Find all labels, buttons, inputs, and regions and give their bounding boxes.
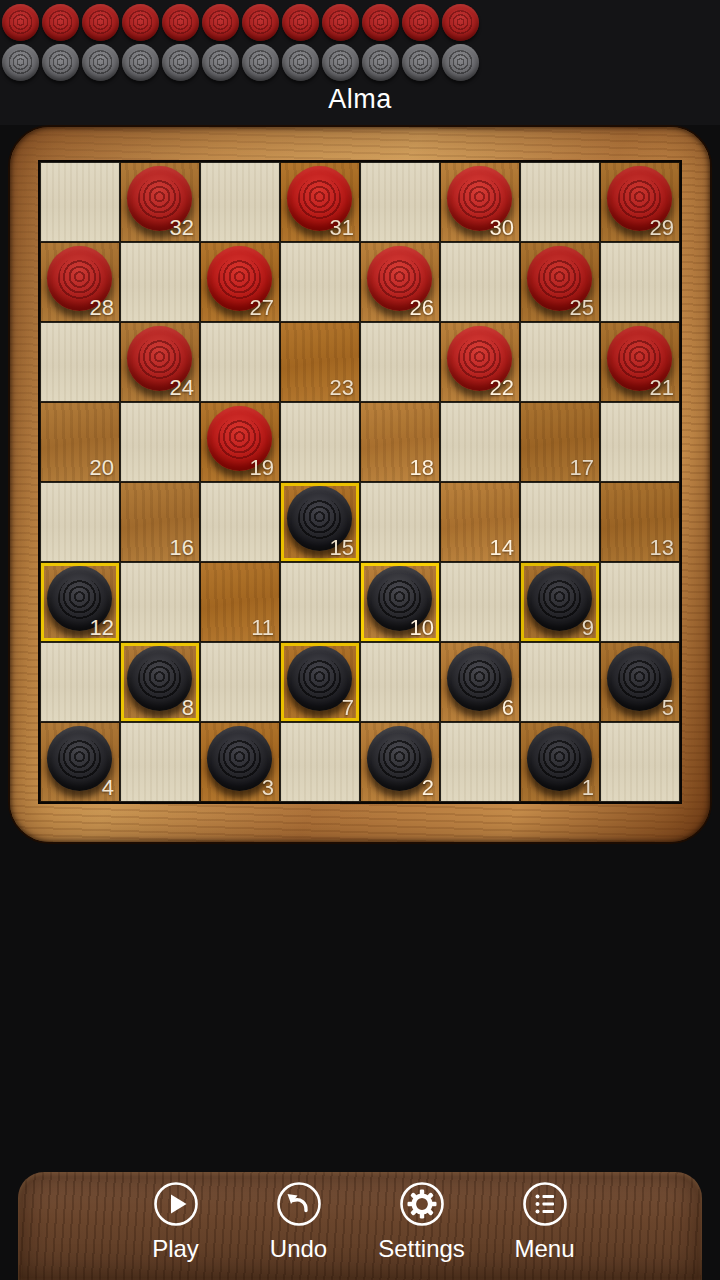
board-square-1[interactable]: 1: [520, 722, 600, 802]
settings-button-label: Settings: [378, 1235, 465, 1263]
gray-tray-disc: [402, 44, 439, 81]
undo-icon: [276, 1181, 322, 1227]
light-square: [520, 642, 600, 722]
board-square-16[interactable]: 16: [120, 482, 200, 562]
gray-tray-disc: [82, 44, 119, 81]
board-square-28[interactable]: 28: [40, 242, 120, 322]
light-square: [520, 162, 600, 242]
square-number: 26: [410, 297, 434, 319]
square-number: 16: [170, 537, 194, 559]
square-number: 29: [650, 217, 674, 239]
square-number: 13: [650, 537, 674, 559]
light-square: [520, 482, 600, 562]
light-square: [360, 162, 440, 242]
square-number: 5: [662, 697, 674, 719]
red-tray-disc: [82, 4, 119, 41]
header: Alma: [0, 0, 720, 125]
square-number: 18: [410, 457, 434, 479]
light-square: [40, 322, 120, 402]
light-square: [40, 642, 120, 722]
light-square: [280, 242, 360, 322]
board-square-23[interactable]: 23: [280, 322, 360, 402]
board-square-8[interactable]: 8: [120, 642, 200, 722]
red-tray-disc: [162, 4, 199, 41]
board-frame: 3231302928272625242322212019181716151413…: [8, 125, 712, 844]
square-number: 20: [90, 457, 114, 479]
menu-button-label: Menu: [514, 1235, 574, 1263]
board-square-27[interactable]: 27: [200, 242, 280, 322]
gray-tray-disc: [122, 44, 159, 81]
light-square: [120, 562, 200, 642]
light-square: [360, 322, 440, 402]
menu-icon: [522, 1181, 568, 1227]
bottom-toolbar: Play Undo Settings: [18, 1172, 702, 1280]
square-number: 15: [330, 537, 354, 559]
square-number: 7: [342, 697, 354, 719]
board-square-29[interactable]: 29: [600, 162, 680, 242]
square-number: 3: [262, 777, 274, 799]
undo-button-label: Undo: [270, 1235, 327, 1263]
settings-icon: [399, 1181, 445, 1227]
red-tray-disc: [322, 4, 359, 41]
board-square-21[interactable]: 21: [600, 322, 680, 402]
square-number: 14: [490, 537, 514, 559]
gray-tray-disc: [322, 44, 359, 81]
board-square-24[interactable]: 24: [120, 322, 200, 402]
light-square: [280, 562, 360, 642]
light-square: [440, 722, 520, 802]
menu-button[interactable]: Menu: [500, 1181, 590, 1280]
board-square-25[interactable]: 25: [520, 242, 600, 322]
light-square: [120, 722, 200, 802]
red-tray-disc: [362, 4, 399, 41]
red-tray-disc: [402, 4, 439, 41]
board-square-30[interactable]: 30: [440, 162, 520, 242]
square-number: 25: [570, 297, 594, 319]
gray-tray-disc: [202, 44, 239, 81]
board-square-2[interactable]: 2: [360, 722, 440, 802]
red-tray-disc: [242, 4, 279, 41]
gray-tray-disc: [242, 44, 279, 81]
square-number: 27: [250, 297, 274, 319]
board-square-32[interactable]: 32: [120, 162, 200, 242]
play-button[interactable]: Play: [131, 1181, 221, 1280]
gray-tray-disc: [2, 44, 39, 81]
board-square-13[interactable]: 13: [600, 482, 680, 562]
light-square: [600, 402, 680, 482]
board-square-12[interactable]: 12: [40, 562, 120, 642]
gray-tray-disc: [42, 44, 79, 81]
board-square-17[interactable]: 17: [520, 402, 600, 482]
board-square-3[interactable]: 3: [200, 722, 280, 802]
square-number: 32: [170, 217, 194, 239]
light-square: [120, 402, 200, 482]
light-square: [520, 322, 600, 402]
board-square-9[interactable]: 9: [520, 562, 600, 642]
board-square-14[interactable]: 14: [440, 482, 520, 562]
gray-pieces-tray: [2, 44, 479, 81]
square-number: 12: [90, 617, 114, 639]
light-square: [600, 242, 680, 322]
red-tray-disc: [202, 4, 239, 41]
red-tray-disc: [442, 4, 479, 41]
square-number: 4: [102, 777, 114, 799]
square-number: 6: [502, 697, 514, 719]
light-square: [600, 562, 680, 642]
square-number: 21: [650, 377, 674, 399]
square-number: 2: [422, 777, 434, 799]
red-tray-disc: [122, 4, 159, 41]
light-square: [120, 242, 200, 322]
light-square: [200, 482, 280, 562]
red-tray-disc: [2, 4, 39, 41]
undo-button[interactable]: Undo: [254, 1181, 344, 1280]
gray-tray-disc: [162, 44, 199, 81]
square-number: 23: [330, 377, 354, 399]
board-square-5[interactable]: 5: [600, 642, 680, 722]
board-square-11[interactable]: 11: [200, 562, 280, 642]
square-number: 28: [90, 297, 114, 319]
square-number: 24: [170, 377, 194, 399]
board-square-15[interactable]: 15: [280, 482, 360, 562]
board-square-18[interactable]: 18: [360, 402, 440, 482]
square-number: 11: [251, 617, 274, 639]
light-square: [440, 402, 520, 482]
board-square-10[interactable]: 10: [360, 562, 440, 642]
play-button-label: Play: [152, 1235, 199, 1263]
light-square: [360, 482, 440, 562]
board-square-6[interactable]: 6: [440, 642, 520, 722]
square-number: 1: [582, 777, 594, 799]
play-icon: [153, 1181, 199, 1227]
square-number: 17: [570, 457, 594, 479]
red-tray-disc: [42, 4, 79, 41]
settings-button[interactable]: Settings: [377, 1181, 467, 1280]
checkers-board: 3231302928272625242322212019181716151413…: [38, 160, 682, 804]
square-number: 10: [410, 617, 434, 639]
light-square: [200, 322, 280, 402]
light-square: [360, 642, 440, 722]
light-square: [440, 242, 520, 322]
square-number: 30: [490, 217, 514, 239]
light-square: [280, 402, 360, 482]
board-square-31[interactable]: 31: [280, 162, 360, 242]
light-square: [200, 642, 280, 722]
gray-tray-disc: [282, 44, 319, 81]
board-square-26[interactable]: 26: [360, 242, 440, 322]
square-number: 19: [250, 457, 274, 479]
board-square-19[interactable]: 19: [200, 402, 280, 482]
light-square: [440, 562, 520, 642]
square-number: 8: [182, 697, 194, 719]
light-square: [40, 162, 120, 242]
light-square: [600, 722, 680, 802]
square-number: 9: [582, 617, 594, 639]
light-square: [40, 482, 120, 562]
board-square-22[interactable]: 22: [440, 322, 520, 402]
player-name: Alma: [0, 84, 720, 115]
square-number: 22: [490, 377, 514, 399]
board-square-7[interactable]: 7: [280, 642, 360, 722]
light-square: [280, 722, 360, 802]
square-number: 31: [330, 217, 354, 239]
red-pieces-tray: [2, 4, 479, 41]
gray-tray-disc: [442, 44, 479, 81]
red-tray-disc: [282, 4, 319, 41]
light-square: [200, 162, 280, 242]
gray-tray-disc: [362, 44, 399, 81]
board-square-4[interactable]: 4: [40, 722, 120, 802]
board-square-20[interactable]: 20: [40, 402, 120, 482]
